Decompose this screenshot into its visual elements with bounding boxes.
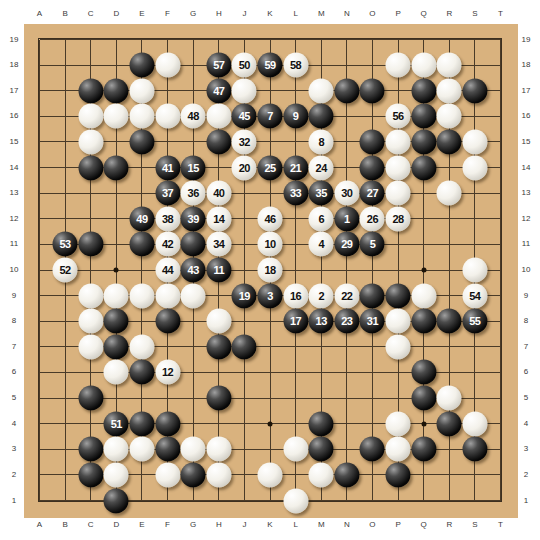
stone-white-N9[interactable]: 22 [334, 283, 359, 308]
stone-black-Q5[interactable] [411, 386, 436, 411]
star-point-Q4 [421, 421, 426, 426]
go-diagram: 5750595847484579563284115202521243736403… [0, 0, 540, 540]
stone-black-E18[interactable] [129, 53, 154, 78]
stone-black-E15[interactable] [129, 129, 154, 154]
stone-white-F6[interactable]: 12 [155, 360, 180, 385]
col-label-bottom-M: M [318, 521, 325, 529]
col-label-top-P: P [395, 10, 400, 18]
stone-black-L16[interactable]: 9 [283, 104, 308, 129]
col-label-bottom-S: S [472, 521, 477, 529]
row-label-right-13: 13 [522, 189, 531, 197]
stone-black-F13[interactable]: 37 [155, 181, 180, 206]
stone-black-J16[interactable]: 45 [232, 104, 257, 129]
row-label-left-1: 1 [12, 497, 16, 505]
col-label-top-B: B [62, 10, 67, 18]
col-label-top-K: K [267, 10, 272, 18]
row-label-left-3: 3 [12, 445, 16, 453]
stone-black-C17[interactable] [78, 78, 103, 103]
col-label-bottom-C: C [88, 521, 94, 529]
move-number: 36 [188, 188, 199, 199]
row-label-left-18: 18 [10, 61, 19, 69]
move-number: 15 [188, 162, 199, 173]
stone-black-L14[interactable]: 21 [283, 155, 308, 180]
stone-white-F10[interactable]: 44 [155, 258, 180, 283]
stone-white-D2[interactable] [104, 462, 129, 487]
stone-black-H15[interactable] [206, 129, 231, 154]
col-label-top-D: D [113, 10, 119, 18]
move-number: 8 [318, 136, 324, 147]
stone-black-D17[interactable] [104, 78, 129, 103]
stone-white-D6[interactable] [104, 360, 129, 385]
move-number: 29 [341, 239, 352, 250]
stone-black-G10[interactable]: 43 [181, 258, 206, 283]
row-label-right-1: 1 [524, 497, 528, 505]
col-label-top-Q: Q [421, 10, 427, 18]
stone-black-F3[interactable] [155, 437, 180, 462]
stone-black-L8[interactable]: 17 [283, 309, 308, 334]
stone-white-M17[interactable] [309, 78, 334, 103]
move-number: 48 [188, 111, 199, 122]
row-label-right-2: 2 [524, 471, 528, 479]
stone-black-N12[interactable]: 1 [334, 206, 359, 231]
stone-black-S8[interactable]: 55 [462, 309, 487, 334]
move-number: 10 [264, 239, 275, 250]
stone-black-C11[interactable] [78, 232, 103, 257]
stone-black-N2[interactable] [334, 462, 359, 487]
col-label-top-T: T [498, 10, 503, 18]
stone-white-R13[interactable] [437, 181, 462, 206]
stone-black-C3[interactable] [78, 437, 103, 462]
move-number: 39 [188, 213, 199, 224]
stone-white-E9[interactable] [129, 283, 154, 308]
stone-white-C16[interactable] [78, 104, 103, 129]
stone-white-P3[interactable] [386, 437, 411, 462]
stone-black-S17[interactable] [462, 78, 487, 103]
row-label-right-9: 9 [524, 292, 528, 300]
stone-black-R8[interactable] [437, 309, 462, 334]
col-label-top-C: C [88, 10, 94, 18]
col-label-top-A: A [37, 10, 42, 18]
stone-white-E3[interactable] [129, 437, 154, 462]
stone-white-K10[interactable]: 18 [258, 258, 283, 283]
stone-black-F4[interactable] [155, 411, 180, 436]
stone-white-L18[interactable]: 58 [283, 53, 308, 78]
row-label-right-10: 10 [522, 266, 531, 274]
stone-black-D4[interactable]: 51 [104, 411, 129, 436]
col-label-top-O: O [369, 10, 375, 18]
stone-black-O3[interactable] [360, 437, 385, 462]
move-number: 42 [162, 239, 173, 250]
move-number: 43 [188, 265, 199, 276]
move-number: 21 [290, 162, 301, 173]
star-point-D10 [114, 268, 119, 273]
stone-white-H11[interactable]: 34 [206, 232, 231, 257]
stone-black-E11[interactable] [129, 232, 154, 257]
stone-white-H13[interactable]: 40 [206, 181, 231, 206]
move-number: 1 [344, 213, 350, 224]
stone-black-M8[interactable]: 13 [309, 309, 334, 334]
move-number: 58 [290, 60, 301, 71]
stone-black-M16[interactable] [309, 104, 334, 129]
stone-white-M14[interactable]: 24 [309, 155, 334, 180]
row-label-left-19: 19 [10, 36, 19, 44]
col-label-top-N: N [344, 10, 350, 18]
row-label-left-15: 15 [10, 138, 19, 146]
move-number: 52 [59, 265, 70, 276]
stone-white-O12[interactable]: 26 [360, 206, 385, 231]
move-number: 44 [162, 265, 173, 276]
stone-black-C5[interactable] [78, 386, 103, 411]
stone-white-F12[interactable]: 38 [155, 206, 180, 231]
col-label-top-F: F [165, 10, 170, 18]
stone-white-P7[interactable] [386, 334, 411, 359]
row-label-right-4: 4 [524, 420, 528, 428]
col-label-bottom-A: A [37, 521, 42, 529]
stone-black-Q16[interactable] [411, 104, 436, 129]
move-number: 28 [392, 213, 403, 224]
row-label-left-5: 5 [12, 394, 16, 402]
row-label-left-17: 17 [10, 87, 19, 95]
stone-white-S10[interactable] [462, 258, 487, 283]
row-label-right-8: 8 [524, 317, 528, 325]
stone-white-C7[interactable] [78, 334, 103, 359]
col-label-bottom-H: H [216, 521, 222, 529]
stone-white-H16[interactable] [206, 104, 231, 129]
stone-white-R18[interactable] [437, 53, 462, 78]
move-number: 55 [469, 316, 480, 327]
stone-black-N8[interactable]: 23 [334, 309, 359, 334]
stone-white-G9[interactable] [181, 283, 206, 308]
stone-black-H7[interactable] [206, 334, 231, 359]
stone-black-H10[interactable]: 11 [206, 258, 231, 283]
move-number: 13 [316, 316, 327, 327]
stone-black-Q3[interactable] [411, 437, 436, 462]
col-label-top-H: H [216, 10, 222, 18]
move-number: 53 [59, 239, 70, 250]
move-number: 37 [162, 188, 173, 199]
col-label-bottom-O: O [369, 521, 375, 529]
stone-white-F18[interactable] [155, 53, 180, 78]
move-number: 50 [239, 60, 250, 71]
col-label-bottom-N: N [344, 521, 350, 529]
stone-black-Q6[interactable] [411, 360, 436, 385]
stone-white-C8[interactable] [78, 309, 103, 334]
move-number: 26 [367, 213, 378, 224]
stone-white-L9[interactable]: 16 [283, 283, 308, 308]
move-number: 32 [239, 136, 250, 147]
stone-black-O8[interactable]: 31 [360, 309, 385, 334]
move-number: 12 [162, 367, 173, 378]
row-label-right-11: 11 [522, 240, 530, 248]
stone-white-J18[interactable]: 50 [232, 53, 257, 78]
stone-white-S4[interactable] [462, 411, 487, 436]
col-label-bottom-J: J [242, 521, 246, 529]
row-label-right-14: 14 [522, 164, 531, 172]
row-label-right-3: 3 [524, 445, 528, 453]
col-label-bottom-K: K [267, 521, 272, 529]
stone-black-H5[interactable] [206, 386, 231, 411]
move-number: 7 [267, 111, 273, 122]
stone-white-K12[interactable]: 46 [258, 206, 283, 231]
move-number: 4 [318, 239, 324, 250]
stone-black-B11[interactable]: 53 [53, 232, 78, 257]
stone-white-P13[interactable] [386, 181, 411, 206]
move-number: 47 [213, 85, 224, 96]
row-label-left-8: 8 [12, 317, 16, 325]
stone-white-E17[interactable] [129, 78, 154, 103]
stone-black-G14[interactable]: 15 [181, 155, 206, 180]
col-label-bottom-R: R [446, 521, 452, 529]
stone-black-O14[interactable] [360, 155, 385, 180]
move-number: 23 [341, 316, 352, 327]
stone-white-E16[interactable] [129, 104, 154, 129]
move-number: 24 [316, 162, 327, 173]
col-label-bottom-P: P [395, 521, 400, 529]
row-label-right-15: 15 [522, 138, 531, 146]
move-number: 9 [293, 111, 299, 122]
row-label-left-7: 7 [12, 343, 16, 351]
stone-black-P9[interactable] [386, 283, 411, 308]
stone-black-D14[interactable] [104, 155, 129, 180]
row-label-right-6: 6 [524, 368, 528, 376]
stone-white-J14[interactable]: 20 [232, 155, 257, 180]
stone-white-H2[interactable] [206, 462, 231, 487]
stone-white-N13[interactable]: 30 [334, 181, 359, 206]
stone-black-O15[interactable] [360, 129, 385, 154]
stone-white-G3[interactable] [181, 437, 206, 462]
stone-white-G16[interactable]: 48 [181, 104, 206, 129]
stone-black-O17[interactable] [360, 78, 385, 103]
row-label-right-17: 17 [522, 87, 531, 95]
move-number: 31 [367, 316, 378, 327]
stone-black-P2[interactable] [386, 462, 411, 487]
col-label-top-G: G [190, 10, 196, 18]
stone-white-C15[interactable] [78, 129, 103, 154]
stone-black-K18[interactable]: 59 [258, 53, 283, 78]
stone-white-K2[interactable] [258, 462, 283, 487]
move-number: 27 [367, 188, 378, 199]
stone-white-B10[interactable]: 52 [53, 258, 78, 283]
stone-black-C14[interactable] [78, 155, 103, 180]
move-number: 25 [264, 162, 275, 173]
stone-black-O13[interactable]: 27 [360, 181, 385, 206]
move-number: 35 [316, 188, 327, 199]
col-label-top-M: M [318, 10, 325, 18]
stone-black-R4[interactable] [437, 411, 462, 436]
row-label-left-10: 10 [10, 266, 19, 274]
stone-white-R16[interactable] [437, 104, 462, 129]
stone-white-P12[interactable]: 28 [386, 206, 411, 231]
row-label-right-18: 18 [522, 61, 531, 69]
stone-white-S14[interactable] [462, 155, 487, 180]
row-label-left-2: 2 [12, 471, 16, 479]
stone-black-F14[interactable]: 41 [155, 155, 180, 180]
stone-white-C9[interactable] [78, 283, 103, 308]
row-label-right-16: 16 [522, 112, 531, 120]
move-number: 40 [213, 188, 224, 199]
col-label-bottom-T: T [498, 521, 503, 529]
stone-white-F9[interactable] [155, 283, 180, 308]
col-label-top-L: L [293, 10, 297, 18]
row-label-right-12: 12 [522, 215, 531, 223]
stone-black-H17[interactable]: 47 [206, 78, 231, 103]
stone-white-F11[interactable]: 42 [155, 232, 180, 257]
stone-white-E7[interactable] [129, 334, 154, 359]
move-number: 59 [264, 60, 275, 71]
stone-black-C2[interactable] [78, 462, 103, 487]
move-number: 17 [290, 316, 301, 327]
move-number: 51 [111, 418, 122, 429]
stone-white-S9[interactable]: 54 [462, 283, 487, 308]
stone-white-S15[interactable] [462, 129, 487, 154]
stone-white-R17[interactable] [437, 78, 462, 103]
stone-white-M12[interactable]: 6 [309, 206, 334, 231]
stone-black-N11[interactable]: 29 [334, 232, 359, 257]
stone-black-L13[interactable]: 33 [283, 181, 308, 206]
stone-white-H8[interactable] [206, 309, 231, 334]
stone-white-P4[interactable] [386, 411, 411, 436]
stone-white-F2[interactable] [155, 462, 180, 487]
stone-white-R5[interactable] [437, 386, 462, 411]
stone-black-E12[interactable]: 49 [129, 206, 154, 231]
col-label-top-J: J [242, 10, 246, 18]
stone-black-M4[interactable] [309, 411, 334, 436]
row-label-left-9: 9 [12, 292, 16, 300]
stone-black-R15[interactable] [437, 129, 462, 154]
stone-white-L3[interactable] [283, 437, 308, 462]
star-point-K4 [268, 421, 273, 426]
stone-black-K9[interactable]: 3 [258, 283, 283, 308]
move-number: 56 [392, 111, 403, 122]
move-number: 34 [213, 239, 224, 250]
move-number: 33 [290, 188, 301, 199]
stone-black-D7[interactable] [104, 334, 129, 359]
move-number: 54 [469, 290, 480, 301]
move-number: 2 [318, 290, 324, 301]
move-number: 19 [239, 290, 250, 301]
row-label-right-5: 5 [524, 394, 528, 402]
stone-black-J7[interactable] [232, 334, 257, 359]
row-label-right-19: 19 [522, 36, 531, 44]
stone-black-K16[interactable]: 7 [258, 104, 283, 129]
move-number: 38 [162, 213, 173, 224]
stone-white-P14[interactable] [386, 155, 411, 180]
stone-black-E6[interactable] [129, 360, 154, 385]
move-number: 3 [267, 290, 273, 301]
row-label-left-16: 16 [10, 112, 19, 120]
col-label-bottom-Q: Q [421, 521, 427, 529]
stone-white-J17[interactable] [232, 78, 257, 103]
stone-black-M3[interactable] [309, 437, 334, 462]
move-number: 45 [239, 111, 250, 122]
stone-black-E4[interactable] [129, 411, 154, 436]
col-label-top-E: E [139, 10, 144, 18]
move-number: 11 [213, 265, 224, 276]
stone-black-Q17[interactable] [411, 78, 436, 103]
stone-black-D1[interactable] [104, 488, 129, 513]
stone-black-O11[interactable]: 5 [360, 232, 385, 257]
move-number: 5 [370, 239, 376, 250]
row-label-right-7: 7 [524, 343, 528, 351]
col-label-top-S: S [472, 10, 477, 18]
stone-white-M15[interactable]: 8 [309, 129, 334, 154]
col-label-bottom-F: F [165, 521, 170, 529]
stone-white-M9[interactable]: 2 [309, 283, 334, 308]
stone-white-J15[interactable]: 32 [232, 129, 257, 154]
stone-white-M11[interactable]: 4 [309, 232, 334, 257]
move-number: 18 [264, 265, 275, 276]
star-point-Q10 [421, 268, 426, 273]
move-number: 41 [162, 162, 173, 173]
stone-black-H18[interactable]: 57 [206, 53, 231, 78]
stone-white-D9[interactable] [104, 283, 129, 308]
move-number: 20 [239, 162, 250, 173]
stone-black-K14[interactable]: 25 [258, 155, 283, 180]
move-number: 57 [213, 60, 224, 71]
stone-black-N17[interactable] [334, 78, 359, 103]
move-number: 22 [341, 290, 352, 301]
row-label-left-11: 11 [10, 240, 18, 248]
stone-black-G12[interactable]: 39 [181, 206, 206, 231]
stone-white-P15[interactable] [386, 129, 411, 154]
stone-white-G13[interactable]: 36 [181, 181, 206, 206]
stone-black-G11[interactable] [181, 232, 206, 257]
stone-white-P16[interactable]: 56 [386, 104, 411, 129]
stone-white-D3[interactable] [104, 437, 129, 462]
col-label-bottom-G: G [190, 521, 196, 529]
row-label-left-12: 12 [10, 215, 19, 223]
move-number: 6 [318, 213, 324, 224]
stone-white-Q18[interactable] [411, 53, 436, 78]
row-label-left-14: 14 [10, 164, 19, 172]
stone-black-F8[interactable] [155, 309, 180, 334]
stone-white-H12[interactable]: 14 [206, 206, 231, 231]
stone-white-Q9[interactable] [411, 283, 436, 308]
col-label-bottom-L: L [293, 521, 297, 529]
stone-black-Q14[interactable] [411, 155, 436, 180]
col-label-bottom-B: B [62, 521, 67, 529]
row-label-left-13: 13 [10, 189, 19, 197]
stone-black-S3[interactable] [462, 437, 487, 462]
move-number: 14 [213, 213, 224, 224]
stone-black-M13[interactable]: 35 [309, 181, 334, 206]
stone-black-O9[interactable] [360, 283, 385, 308]
stone-white-L1[interactable] [283, 488, 308, 513]
row-label-left-6: 6 [12, 368, 16, 376]
stone-black-Q15[interactable] [411, 129, 436, 154]
stone-white-K11[interactable]: 10 [258, 232, 283, 257]
stone-black-J9[interactable]: 19 [232, 283, 257, 308]
stone-black-G2[interactable] [181, 462, 206, 487]
move-number: 46 [264, 213, 275, 224]
stone-white-P8[interactable] [386, 309, 411, 334]
col-label-bottom-E: E [139, 521, 144, 529]
row-label-left-4: 4 [12, 420, 16, 428]
stone-black-Q8[interactable] [411, 309, 436, 334]
stone-white-H3[interactable] [206, 437, 231, 462]
stone-white-D16[interactable] [104, 104, 129, 129]
col-label-bottom-D: D [113, 521, 119, 529]
stone-white-M2[interactable] [309, 462, 334, 487]
move-number: 49 [136, 213, 147, 224]
stone-black-D8[interactable] [104, 309, 129, 334]
col-label-top-R: R [446, 10, 452, 18]
stone-white-F16[interactable] [155, 104, 180, 129]
move-number: 30 [341, 188, 352, 199]
move-number: 16 [290, 290, 301, 301]
stone-white-P18[interactable] [386, 53, 411, 78]
